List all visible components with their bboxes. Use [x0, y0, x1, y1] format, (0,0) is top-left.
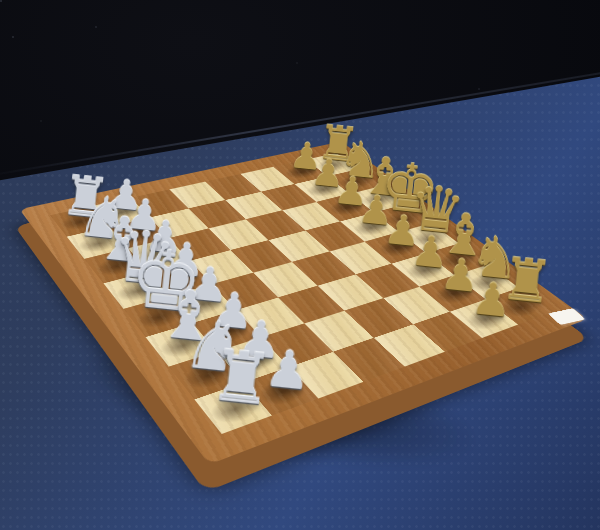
scene: ♜♟♟♜♞♟♟♞♝♟♟♝♛♟♟♚♚♟♟♛♝♟♟♝♞♟♟♞♜♟♟♜: [0, 0, 600, 530]
dust-specks: [0, 0, 2, 2]
square-h1[interactable]: ♜: [194, 382, 271, 434]
piece-white-rook[interactable]: ♜: [163, 336, 320, 422]
